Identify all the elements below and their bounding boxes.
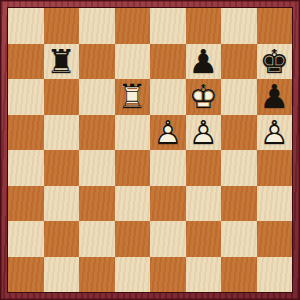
square-h5[interactable]: ♟♙: [257, 115, 293, 151]
square-b5[interactable]: [44, 115, 80, 151]
piece-white-rook: ♜♖: [115, 79, 151, 115]
square-f4[interactable]: [186, 150, 222, 186]
square-g1[interactable]: [221, 257, 257, 293]
square-h3[interactable]: [257, 186, 293, 222]
piece-white-king: ♚♔: [186, 79, 222, 115]
square-d1[interactable]: [115, 257, 151, 293]
square-d4[interactable]: [115, 150, 151, 186]
square-c3[interactable]: [79, 186, 115, 222]
square-b6[interactable]: [44, 79, 80, 115]
square-c8[interactable]: [79, 8, 115, 44]
square-a7[interactable]: [8, 44, 44, 80]
square-a5[interactable]: [8, 115, 44, 151]
piece-black-pawn: ♟: [257, 79, 293, 115]
square-d3[interactable]: [115, 186, 151, 222]
square-g5[interactable]: [221, 115, 257, 151]
piece-white-pawn: ♟♙: [257, 115, 293, 151]
chess-board: ♜♟♚♜♖♚♔♟♟♙♟♙♟♙: [7, 7, 293, 293]
square-f6[interactable]: ♚♔: [186, 79, 222, 115]
square-a4[interactable]: [8, 150, 44, 186]
white-pawn-outline-glyph: ♙: [257, 115, 293, 151]
square-g2[interactable]: [221, 221, 257, 257]
square-f8[interactable]: [186, 8, 222, 44]
square-e2[interactable]: [150, 221, 186, 257]
square-e1[interactable]: [150, 257, 186, 293]
black-rook-glyph: ♜: [44, 44, 80, 80]
square-h1[interactable]: [257, 257, 293, 293]
square-c2[interactable]: [79, 221, 115, 257]
square-a6[interactable]: [8, 79, 44, 115]
piece-white-pawn: ♟♙: [150, 115, 186, 151]
white-rook-outline-glyph: ♖: [115, 79, 151, 115]
square-d8[interactable]: [115, 8, 151, 44]
square-c7[interactable]: [79, 44, 115, 80]
piece-black-rook: ♜: [44, 44, 80, 80]
square-f2[interactable]: [186, 221, 222, 257]
square-e5[interactable]: ♟♙: [150, 115, 186, 151]
square-d5[interactable]: [115, 115, 151, 151]
square-e7[interactable]: [150, 44, 186, 80]
square-e8[interactable]: [150, 8, 186, 44]
square-g3[interactable]: [221, 186, 257, 222]
square-c4[interactable]: [79, 150, 115, 186]
white-pawn-outline-glyph: ♙: [150, 115, 186, 151]
square-b4[interactable]: [44, 150, 80, 186]
piece-black-pawn: ♟: [186, 44, 222, 80]
square-b3[interactable]: [44, 186, 80, 222]
square-g4[interactable]: [221, 150, 257, 186]
square-c6[interactable]: [79, 79, 115, 115]
square-g7[interactable]: [221, 44, 257, 80]
black-king-glyph: ♚: [257, 44, 293, 80]
square-h4[interactable]: [257, 150, 293, 186]
square-c5[interactable]: [79, 115, 115, 151]
square-h8[interactable]: [257, 8, 293, 44]
square-f5[interactable]: ♟♙: [186, 115, 222, 151]
black-pawn-glyph: ♟: [257, 79, 293, 115]
square-a8[interactable]: [8, 8, 44, 44]
square-d2[interactable]: [115, 221, 151, 257]
square-b8[interactable]: [44, 8, 80, 44]
square-g6[interactable]: [221, 79, 257, 115]
square-e3[interactable]: [150, 186, 186, 222]
black-pawn-glyph: ♟: [186, 44, 222, 80]
square-a3[interactable]: [8, 186, 44, 222]
piece-white-pawn: ♟♙: [186, 115, 222, 151]
square-e6[interactable]: [150, 79, 186, 115]
white-king-outline-glyph: ♔: [186, 79, 222, 115]
square-f1[interactable]: [186, 257, 222, 293]
square-f3[interactable]: [186, 186, 222, 222]
square-h6[interactable]: ♟: [257, 79, 293, 115]
square-f7[interactable]: ♟: [186, 44, 222, 80]
piece-black-king: ♚: [257, 44, 293, 80]
square-h7[interactable]: ♚: [257, 44, 293, 80]
square-b7[interactable]: ♜: [44, 44, 80, 80]
square-a2[interactable]: [8, 221, 44, 257]
square-d6[interactable]: ♜♖: [115, 79, 151, 115]
square-b2[interactable]: [44, 221, 80, 257]
square-c1[interactable]: [79, 257, 115, 293]
square-a1[interactable]: [8, 257, 44, 293]
white-pawn-outline-glyph: ♙: [186, 115, 222, 151]
square-h2[interactable]: [257, 221, 293, 257]
square-d7[interactable]: [115, 44, 151, 80]
square-g8[interactable]: [221, 8, 257, 44]
square-b1[interactable]: [44, 257, 80, 293]
board-frame: ♜♟♚♜♖♚♔♟♟♙♟♙♟♙: [0, 0, 300, 300]
square-e4[interactable]: [150, 150, 186, 186]
